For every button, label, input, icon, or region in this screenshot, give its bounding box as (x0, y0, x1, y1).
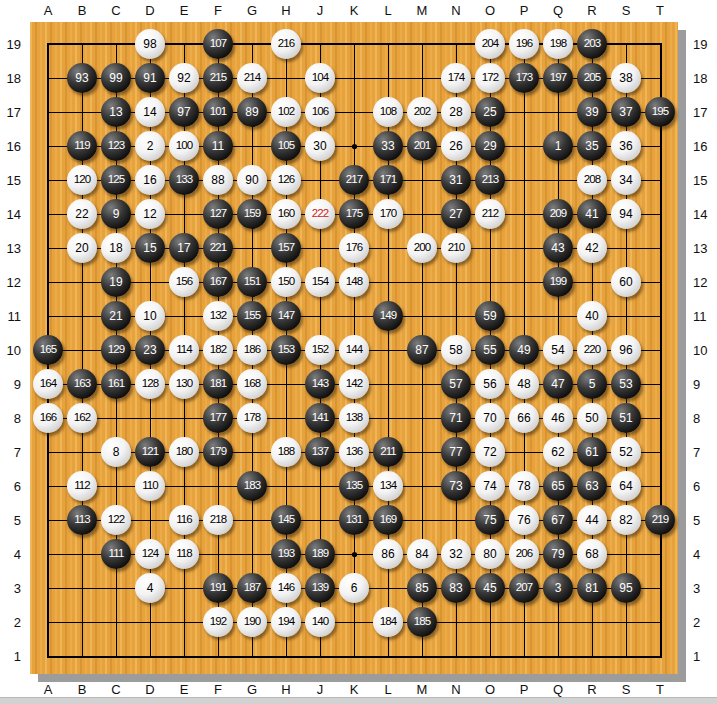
row-label-6: 6 (690, 469, 714, 503)
stone-P8: 66 (509, 403, 539, 433)
stone-D10: 23 (135, 335, 165, 365)
move-number: 93 (75, 72, 88, 84)
col-label-F: F (201, 681, 235, 698)
move-number: 76 (517, 514, 530, 526)
move-number: 199 (550, 276, 567, 288)
move-number: 23 (143, 344, 156, 356)
move-number: 8 (113, 446, 120, 458)
stone-B6: 112 (67, 471, 97, 501)
col-label-J: J (303, 2, 337, 19)
stone-S16: 36 (611, 131, 641, 161)
stone-E17: 97 (169, 97, 199, 127)
row-label-6: 6 (0, 469, 24, 503)
move-number: 215 (210, 72, 227, 84)
stone-F5: 218 (203, 505, 233, 535)
stone-F18: 215 (203, 63, 233, 93)
stone-H10: 153 (271, 335, 301, 365)
stone-R6: 63 (577, 471, 607, 501)
move-number: 99 (109, 72, 122, 84)
stone-O5: 75 (475, 505, 505, 535)
move-number: 57 (449, 378, 462, 390)
col-label-K: K (337, 2, 371, 19)
stone-J17: 106 (305, 97, 335, 127)
stone-O7: 72 (475, 437, 505, 467)
move-number: 53 (619, 378, 632, 390)
col-label-A: A (31, 681, 65, 698)
move-number: 61 (585, 446, 598, 458)
move-number: 140 (312, 616, 329, 628)
col-label-B: B (65, 681, 99, 698)
move-number: 63 (585, 480, 598, 492)
row-label-15: 15 (0, 163, 24, 197)
stone-L5: 169 (373, 505, 403, 535)
move-number: 84 (415, 548, 428, 560)
stone-K3: 6 (339, 573, 369, 603)
stone-O17: 25 (475, 97, 505, 127)
move-number: 35 (585, 140, 598, 152)
stone-O3: 45 (475, 573, 505, 603)
move-number: 127 (210, 208, 227, 220)
stone-G10: 186 (237, 335, 267, 365)
move-number: 94 (619, 208, 632, 220)
row-label-3: 3 (690, 571, 714, 605)
move-number: 173 (516, 72, 533, 84)
move-number: 56 (483, 378, 496, 390)
stone-J16: 30 (305, 131, 335, 161)
move-number: 121 (142, 446, 159, 458)
move-number: 62 (551, 446, 564, 458)
move-number: 181 (210, 378, 227, 390)
move-number: 126 (278, 174, 295, 186)
stone-O8: 70 (475, 403, 505, 433)
stone-R4: 68 (577, 539, 607, 569)
move-number: 13 (109, 106, 122, 118)
move-number: 47 (551, 378, 564, 390)
row-label-2: 2 (690, 605, 714, 639)
move-number: 151 (244, 276, 261, 288)
row-label-10: 10 (690, 333, 714, 367)
window-bottom-bar (0, 697, 717, 704)
stone-N18: 174 (441, 63, 471, 93)
stone-K9: 142 (339, 369, 369, 399)
move-number: 111 (109, 548, 124, 560)
stone-D15: 16 (135, 165, 165, 195)
stone-F16: 11 (203, 131, 233, 161)
move-number: 112 (74, 480, 90, 492)
stone-F2: 192 (203, 607, 233, 637)
stone-P4: 206 (509, 539, 539, 569)
move-number: 170 (380, 208, 397, 220)
move-number: 41 (585, 208, 598, 220)
stone-O18: 172 (475, 63, 505, 93)
stone-L15: 171 (373, 165, 403, 195)
stone-K7: 136 (339, 437, 369, 467)
go-kifu-page: ABCDEFGHJKLMNOPQRST ABCDEFGHJKLMNOPQRST … (0, 0, 717, 704)
move-number: 87 (415, 344, 428, 356)
move-number: 153 (278, 344, 295, 356)
stone-G14: 159 (237, 199, 267, 229)
stone-H15: 126 (271, 165, 301, 195)
stone-E15: 133 (169, 165, 199, 195)
move-number: 46 (551, 412, 564, 424)
stone-D11: 10 (135, 301, 165, 331)
move-number: 80 (483, 548, 496, 560)
move-number: 26 (449, 140, 462, 152)
move-number: 91 (143, 72, 156, 84)
stone-E13: 17 (169, 233, 199, 263)
move-number: 4 (147, 582, 154, 594)
stone-R8: 50 (577, 403, 607, 433)
row-label-12: 12 (690, 265, 714, 299)
stone-L6: 134 (373, 471, 403, 501)
move-number: 183 (244, 480, 261, 492)
stone-C10: 129 (101, 335, 131, 365)
stone-M2: 185 (407, 607, 437, 637)
stone-H12: 150 (271, 267, 301, 297)
stone-J12: 154 (305, 267, 335, 297)
move-number: 186 (244, 344, 261, 356)
stone-T5: 219 (645, 505, 675, 535)
stone-G3: 187 (237, 573, 267, 603)
move-number: 210 (448, 242, 465, 254)
col-label-D: D (133, 681, 167, 698)
move-number: 5 (589, 378, 596, 390)
stone-L4: 86 (373, 539, 403, 569)
move-number: 85 (415, 582, 428, 594)
stone-H17: 102 (271, 97, 301, 127)
move-number: 176 (346, 242, 363, 254)
col-label-J: J (303, 681, 337, 698)
stone-J10: 152 (305, 335, 335, 365)
stone-G8: 178 (237, 403, 267, 433)
stone-R18: 205 (577, 63, 607, 93)
stone-S10: 96 (611, 335, 641, 365)
move-number: 130 (176, 378, 193, 390)
stone-F8: 177 (203, 403, 233, 433)
col-label-Q: Q (541, 681, 575, 698)
row-label-4: 4 (690, 537, 714, 571)
move-number: 212 (482, 208, 499, 220)
move-number: 54 (551, 344, 564, 356)
stone-C15: 125 (101, 165, 131, 195)
stone-N10: 58 (441, 335, 471, 365)
move-number: 34 (619, 174, 632, 186)
move-number: 159 (244, 208, 261, 220)
move-number: 207 (516, 582, 533, 594)
move-number: 213 (482, 174, 499, 186)
move-number: 189 (312, 548, 329, 560)
move-number: 82 (619, 514, 632, 526)
stone-Q5: 67 (543, 505, 573, 535)
stone-R19: 203 (577, 29, 607, 59)
move-number: 185 (414, 616, 431, 628)
move-number: 104 (312, 72, 329, 84)
col-label-D: D (133, 2, 167, 19)
stone-R11: 40 (577, 301, 607, 331)
stone-Q19: 198 (543, 29, 573, 59)
col-label-P: P (507, 2, 541, 19)
stone-D17: 14 (135, 97, 165, 127)
move-number: 219 (652, 514, 669, 526)
stone-D13: 15 (135, 233, 165, 263)
stone-K5: 131 (339, 505, 369, 535)
stone-D7: 121 (135, 437, 165, 467)
stone-O11: 59 (475, 301, 505, 331)
move-number: 97 (177, 106, 190, 118)
stone-H5: 145 (271, 505, 301, 535)
stone-H11: 147 (271, 301, 301, 331)
move-number: 90 (245, 174, 258, 186)
move-number: 118 (176, 548, 192, 560)
move-number: 205 (584, 72, 601, 84)
move-number: 174 (448, 72, 465, 84)
stone-O9: 56 (475, 369, 505, 399)
move-number: 36 (619, 140, 632, 152)
move-number: 74 (483, 480, 496, 492)
move-number: 164 (40, 378, 57, 390)
stone-H2: 194 (271, 607, 301, 637)
row-label-8: 8 (690, 401, 714, 435)
stone-K6: 135 (339, 471, 369, 501)
stone-G17: 89 (237, 97, 267, 127)
move-number: 136 (346, 446, 363, 458)
stone-D14: 12 (135, 199, 165, 229)
stone-N7: 77 (441, 437, 471, 467)
stone-S3: 95 (611, 573, 641, 603)
move-number: 86 (381, 548, 394, 560)
row-label-15: 15 (690, 163, 714, 197)
move-number: 218 (210, 514, 227, 526)
move-number: 198 (550, 38, 567, 50)
col-label-G: G (235, 2, 269, 19)
row-label-17: 17 (0, 95, 24, 129)
move-number: 66 (517, 412, 530, 424)
stone-Q13: 43 (543, 233, 573, 263)
move-number: 129 (108, 344, 125, 356)
move-number: 22 (75, 208, 88, 220)
stone-S15: 34 (611, 165, 641, 195)
move-number: 71 (449, 412, 462, 424)
move-number: 201 (414, 140, 431, 152)
col-label-O: O (473, 681, 507, 698)
stone-E7: 180 (169, 437, 199, 467)
move-number: 190 (244, 616, 261, 628)
move-number: 155 (244, 310, 261, 322)
stone-J8: 141 (305, 403, 335, 433)
stone-F12: 167 (203, 267, 233, 297)
column-labels-top: ABCDEFGHJKLMNOPQRST (31, 2, 677, 19)
stone-L17: 108 (373, 97, 403, 127)
stone-P6: 78 (509, 471, 539, 501)
stone-F15: 88 (203, 165, 233, 195)
move-number: 48 (517, 378, 530, 390)
move-number: 55 (483, 344, 496, 356)
move-number: 70 (483, 412, 496, 424)
move-number: 81 (585, 582, 598, 594)
move-number: 67 (551, 514, 564, 526)
stone-E5: 116 (169, 505, 199, 535)
row-label-11: 11 (0, 299, 24, 333)
move-number: 128 (142, 378, 159, 390)
stone-D18: 91 (135, 63, 165, 93)
move-number: 95 (619, 582, 632, 594)
col-label-O: O (473, 2, 507, 19)
stone-G9: 168 (237, 369, 267, 399)
column-labels-bottom: ABCDEFGHJKLMNOPQRST (31, 681, 677, 698)
stone-N15: 31 (441, 165, 471, 195)
stone-D19: 98 (135, 29, 165, 59)
move-number: 29 (483, 140, 496, 152)
move-number: 106 (312, 106, 329, 118)
move-number: 89 (245, 106, 258, 118)
move-number: 10 (143, 310, 156, 322)
stone-H16: 105 (271, 131, 301, 161)
stone-L16: 33 (373, 131, 403, 161)
col-label-Q: Q (541, 2, 575, 19)
stone-G11: 155 (237, 301, 267, 331)
move-number: 182 (210, 344, 227, 356)
move-number: 15 (143, 242, 156, 254)
move-number: 217 (346, 174, 363, 186)
stone-Q9: 47 (543, 369, 573, 399)
col-label-T: T (643, 681, 677, 698)
move-number: 33 (381, 140, 394, 152)
move-number: 79 (551, 548, 564, 560)
stone-Q4: 79 (543, 539, 573, 569)
stone-E4: 118 (169, 539, 199, 569)
stone-Q10: 54 (543, 335, 573, 365)
go-board[interactable]: 1234568910111213141516171819202122232526… (30, 22, 678, 674)
move-number: 162 (74, 412, 91, 424)
stone-J3: 139 (305, 573, 335, 603)
stone-G15: 90 (237, 165, 267, 195)
stone-P5: 76 (509, 505, 539, 535)
row-label-13: 13 (690, 231, 714, 265)
stone-J14: 222 (305, 199, 335, 229)
stone-H19: 216 (271, 29, 301, 59)
stone-C18: 99 (101, 63, 131, 93)
move-number: 221 (210, 242, 227, 254)
stone-O6: 74 (475, 471, 505, 501)
row-labels-left: 19181716151413121110987654321 (0, 27, 24, 673)
move-number: 169 (380, 514, 397, 526)
row-label-1: 1 (690, 639, 714, 673)
row-label-19: 19 (0, 27, 24, 61)
move-number: 98 (143, 38, 156, 50)
col-label-N: N (439, 681, 473, 698)
stone-D9: 128 (135, 369, 165, 399)
move-number: 83 (449, 582, 462, 594)
move-number: 68 (585, 548, 598, 560)
row-label-10: 10 (0, 333, 24, 367)
stone-C7: 8 (101, 437, 131, 467)
stone-K8: 138 (339, 403, 369, 433)
move-number: 163 (74, 378, 91, 390)
move-number: 25 (483, 106, 496, 118)
move-number: 44 (585, 514, 598, 526)
stone-J4: 189 (305, 539, 335, 569)
stone-H4: 193 (271, 539, 301, 569)
move-number: 9 (113, 208, 120, 220)
stone-B14: 22 (67, 199, 97, 229)
stone-N17: 28 (441, 97, 471, 127)
move-number: 114 (176, 344, 192, 356)
stone-C12: 19 (101, 267, 131, 297)
stone-R9: 5 (577, 369, 607, 399)
move-number: 146 (278, 582, 295, 594)
stone-S6: 64 (611, 471, 641, 501)
move-number: 3 (555, 582, 562, 594)
stone-H3: 146 (271, 573, 301, 603)
stone-F10: 182 (203, 335, 233, 365)
col-label-E: E (167, 681, 201, 698)
move-number: 134 (380, 480, 397, 492)
row-labels-right: 19181716151413121110987654321 (690, 27, 714, 673)
move-number: 50 (585, 412, 598, 424)
move-number: 17 (177, 242, 190, 254)
move-number: 37 (619, 106, 632, 118)
move-number: 187 (244, 582, 261, 594)
move-number: 206 (516, 548, 533, 560)
move-number: 38 (619, 72, 632, 84)
move-number: 147 (278, 310, 295, 322)
stone-M3: 85 (407, 573, 437, 603)
move-number: 105 (278, 140, 295, 152)
move-number: 108 (380, 106, 397, 118)
move-number: 73 (449, 480, 462, 492)
col-label-R: R (575, 2, 609, 19)
move-number: 209 (550, 208, 567, 220)
stone-S7: 52 (611, 437, 641, 467)
stone-K10: 144 (339, 335, 369, 365)
stone-F7: 179 (203, 437, 233, 467)
move-number: 191 (210, 582, 227, 594)
row-label-14: 14 (690, 197, 714, 231)
row-label-18: 18 (0, 61, 24, 95)
stone-E9: 130 (169, 369, 199, 399)
stone-D16: 2 (135, 131, 165, 161)
move-number: 39 (585, 106, 598, 118)
stone-Q8: 46 (543, 403, 573, 433)
move-number: 135 (346, 480, 363, 492)
row-label-2: 2 (0, 605, 24, 639)
stone-E16: 100 (169, 131, 199, 161)
stone-K12: 148 (339, 267, 369, 297)
stone-P18: 173 (509, 63, 539, 93)
stone-S14: 94 (611, 199, 641, 229)
stone-N6: 73 (441, 471, 471, 501)
stone-D6: 110 (135, 471, 165, 501)
move-number: 2 (147, 140, 154, 152)
stone-C13: 18 (101, 233, 131, 263)
stone-H13: 157 (271, 233, 301, 263)
row-label-16: 16 (0, 129, 24, 163)
move-number: 152 (312, 344, 329, 356)
stone-G2: 190 (237, 607, 267, 637)
move-number: 144 (346, 344, 363, 356)
move-number: 27 (449, 208, 462, 220)
move-number: 113 (74, 514, 90, 526)
stone-O19: 204 (475, 29, 505, 59)
stone-P9: 48 (509, 369, 539, 399)
stone-C16: 123 (101, 131, 131, 161)
move-number: 220 (584, 344, 601, 356)
move-number: 65 (551, 480, 564, 492)
move-number: 51 (619, 412, 632, 424)
stone-Q6: 65 (543, 471, 573, 501)
move-number: 180 (176, 446, 193, 458)
stone-C11: 21 (101, 301, 131, 331)
